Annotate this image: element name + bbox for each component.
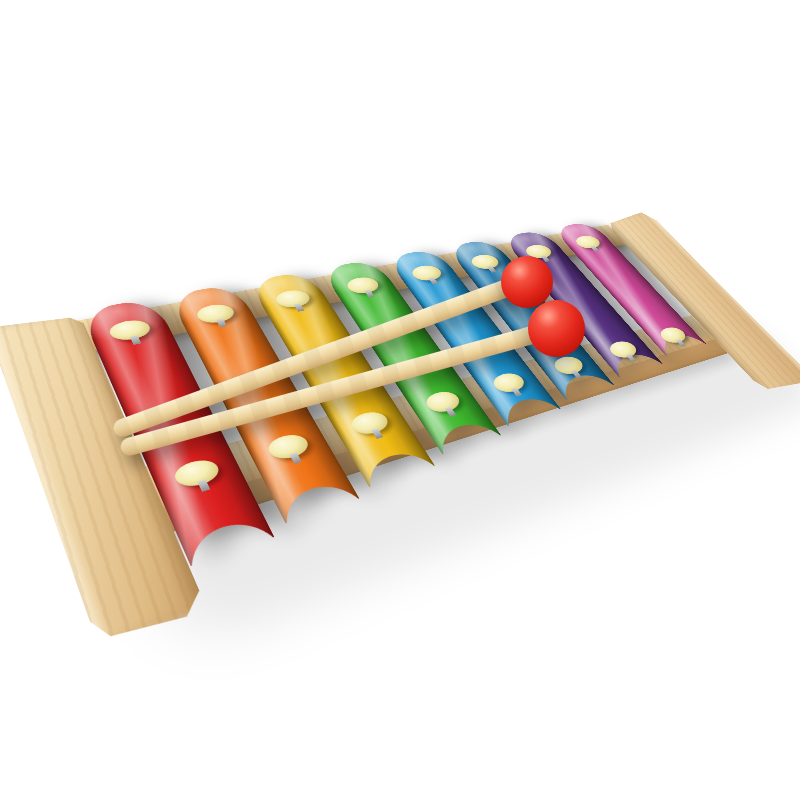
mallet-ball-2	[528, 300, 585, 357]
product-photo	[0, 0, 800, 800]
xylophone	[0, 182, 800, 728]
mallet-ball-1	[501, 256, 553, 308]
